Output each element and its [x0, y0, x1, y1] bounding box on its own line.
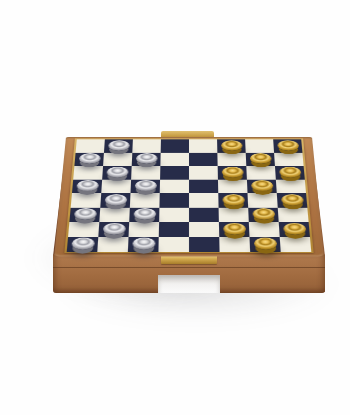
- silver-checker-piece[interactable]: [78, 153, 100, 164]
- pieces-layer: [54, 137, 323, 257]
- gold-checker-piece[interactable]: [249, 153, 271, 164]
- gold-checker-piece[interactable]: [280, 194, 303, 205]
- silver-checker-piece[interactable]: [71, 238, 95, 250]
- box-lid-top: [54, 137, 323, 257]
- silver-checker-piece[interactable]: [106, 167, 128, 178]
- lid-base-seam: [53, 267, 325, 268]
- silver-checker-piece[interactable]: [134, 180, 156, 191]
- box-front-face: [53, 254, 325, 293]
- gold-checker-piece[interactable]: [221, 167, 243, 178]
- silver-checker-piece[interactable]: [104, 194, 127, 205]
- gold-checker-piece[interactable]: [277, 140, 299, 150]
- gold-checker-piece[interactable]: [251, 180, 273, 191]
- gold-checker-piece[interactable]: [221, 140, 242, 150]
- silver-checker-piece[interactable]: [102, 223, 125, 235]
- silver-checker-piece[interactable]: [135, 153, 157, 164]
- gold-checker-piece[interactable]: [253, 238, 276, 250]
- silver-checker-piece[interactable]: [73, 208, 96, 219]
- gold-checker-piece[interactable]: [283, 223, 306, 235]
- silver-checker-piece[interactable]: [133, 208, 156, 219]
- gold-checker-piece[interactable]: [222, 194, 244, 205]
- product-photo: [0, 0, 350, 415]
- silver-checker-piece[interactable]: [76, 180, 99, 191]
- gold-checker-piece[interactable]: [223, 223, 246, 235]
- gold-checker-piece[interactable]: [252, 208, 275, 219]
- handle-notch: [158, 275, 220, 293]
- silver-checker-piece[interactable]: [108, 140, 130, 150]
- gold-checker-piece[interactable]: [279, 167, 301, 178]
- silver-checker-piece[interactable]: [132, 238, 155, 250]
